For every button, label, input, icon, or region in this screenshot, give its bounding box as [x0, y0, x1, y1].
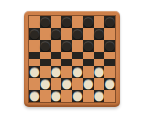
square-r7c7	[94, 78, 105, 90]
square-r7c4: ●	[61, 78, 72, 90]
white-man: ●	[40, 78, 50, 90]
square-r3c7	[94, 40, 105, 52]
square-r8c3: ●	[51, 90, 62, 102]
square-r8c5: ●	[72, 90, 83, 102]
black-man: ●	[61, 40, 71, 52]
square-r3c1	[29, 40, 40, 52]
square-r8c1: ●	[29, 90, 40, 102]
square-r3c2: ●	[40, 40, 51, 52]
square-r3c5	[72, 40, 83, 52]
checkers-board-frame: ●●●●●●●●●●●●●●●●●●●●●●●●	[24, 11, 120, 107]
square-r1c8: ●	[104, 16, 115, 28]
square-r6c3: ●	[51, 66, 62, 78]
square-r8c7: ●	[94, 90, 105, 102]
black-man: ●	[83, 40, 93, 52]
square-r5c2	[40, 59, 51, 66]
square-r1c1	[29, 16, 40, 28]
square-r5c3	[51, 59, 62, 66]
square-r6c1: ●	[29, 66, 40, 78]
square-r3c3	[51, 40, 62, 52]
square-r1c3	[51, 16, 62, 28]
square-r4c2	[40, 52, 51, 59]
white-man: ●	[104, 78, 114, 90]
square-r5c6	[83, 59, 94, 66]
square-r4c1	[29, 52, 40, 59]
square-r4c8	[104, 52, 115, 59]
white-man: ●	[72, 66, 82, 78]
square-r4c3	[51, 52, 62, 59]
black-man: ●	[104, 40, 114, 52]
square-r6c6	[83, 66, 94, 78]
black-man: ●	[61, 16, 71, 28]
square-r7c1	[29, 78, 40, 90]
square-r6c7: ●	[94, 66, 105, 78]
black-man: ●	[104, 16, 114, 28]
white-man: ●	[29, 90, 39, 102]
square-r5c7	[94, 59, 105, 66]
black-man: ●	[94, 28, 104, 40]
square-r6c8	[104, 66, 115, 78]
black-man: ●	[40, 40, 50, 52]
square-r7c5	[72, 78, 83, 90]
square-r5c1	[29, 59, 40, 66]
square-r4c5	[72, 52, 83, 59]
square-r1c6: ●	[83, 16, 94, 28]
square-r2c2	[40, 28, 51, 40]
square-r3c4: ●	[61, 40, 72, 52]
square-r4c6	[83, 52, 94, 59]
square-r5c5	[72, 59, 83, 66]
black-man: ●	[72, 28, 82, 40]
white-man: ●	[72, 90, 82, 102]
white-man: ●	[61, 78, 71, 90]
square-r6c2	[40, 66, 51, 78]
square-r4c4	[61, 52, 72, 59]
square-r2c8	[104, 28, 115, 40]
square-r2c4	[61, 28, 72, 40]
square-r3c8: ●	[104, 40, 115, 52]
square-r7c6: ●	[83, 78, 94, 90]
black-man: ●	[40, 16, 50, 28]
square-r1c7	[94, 16, 105, 28]
square-r3c6: ●	[83, 40, 94, 52]
square-r4c7	[94, 52, 105, 59]
white-man: ●	[94, 90, 104, 102]
square-r7c2: ●	[40, 78, 51, 90]
square-r8c2	[40, 90, 51, 102]
square-r8c4	[61, 90, 72, 102]
square-r7c8: ●	[104, 78, 115, 90]
square-r1c5	[72, 16, 83, 28]
square-r6c5: ●	[72, 66, 83, 78]
square-r7c3	[51, 78, 62, 90]
square-r8c8	[104, 90, 115, 102]
square-r5c8	[104, 59, 115, 66]
square-r2c6	[83, 28, 94, 40]
square-r1c2: ●	[40, 16, 51, 28]
square-r2c5: ●	[72, 28, 83, 40]
checkers-board-grid: ●●●●●●●●●●●●●●●●●●●●●●●●	[29, 16, 115, 102]
square-r8c6	[83, 90, 94, 102]
square-r1c4: ●	[61, 16, 72, 28]
white-man: ●	[83, 78, 93, 90]
photo-background: ●●●●●●●●●●●●●●●●●●●●●●●●	[0, 0, 143, 117]
black-man: ●	[83, 16, 93, 28]
square-r2c1: ●	[29, 28, 40, 40]
black-man: ●	[29, 28, 39, 40]
square-r6c4	[61, 66, 72, 78]
square-r2c7: ●	[94, 28, 105, 40]
square-r5c4	[61, 59, 72, 66]
white-man: ●	[94, 66, 104, 78]
white-man: ●	[51, 90, 61, 102]
white-man: ●	[51, 66, 61, 78]
black-man: ●	[51, 28, 61, 40]
square-r2c3: ●	[51, 28, 62, 40]
white-man: ●	[29, 66, 39, 78]
